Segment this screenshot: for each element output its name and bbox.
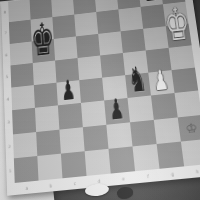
square-a3 — [12, 108, 36, 134]
rank-label-7: 7 — [2, 22, 10, 44]
printed-crown-emblem: ♔ — [178, 114, 200, 141]
captured-black-piece — [116, 186, 133, 199]
square-b2 — [36, 129, 61, 156]
square-a1 — [14, 156, 39, 183]
square-e4 — [102, 75, 127, 101]
square-d7 — [74, 12, 98, 36]
square-g1 — [157, 141, 185, 168]
square-e3: ♟ — [104, 98, 130, 124]
square-h2: ♔ — [178, 114, 200, 141]
rank-label-3: 3 — [5, 110, 13, 134]
file-label-b: b — [39, 178, 64, 192]
square-g6 — [143, 26, 169, 50]
board-grid: ♝♚♚♟♞♟♟♔ — [8, 0, 200, 183]
file-label-a: a — [15, 181, 39, 195]
square-c4: ♟ — [56, 80, 81, 105]
file-label-e: e — [111, 171, 137, 185]
file-label-h: h — [184, 164, 200, 179]
square-d3 — [81, 101, 106, 127]
square-c6 — [54, 36, 78, 60]
board-margin: 87654321 abcdefgh ♝♚♚♟♞♟♟♔ — [1, 0, 200, 196]
square-h5 — [169, 45, 195, 70]
square-c5 — [55, 58, 79, 83]
square-a7 — [9, 20, 32, 44]
square-e5 — [100, 53, 125, 78]
rank-label-1: 1 — [6, 158, 15, 184]
square-b6: ♚ — [32, 39, 55, 63]
square-f6 — [121, 28, 146, 52]
square-a4 — [11, 85, 35, 110]
square-g3 — [151, 93, 178, 119]
square-c3 — [58, 103, 83, 129]
square-g4: ♟ — [148, 70, 174, 96]
square-g7 — [141, 4, 166, 28]
square-h7 — [163, 2, 189, 26]
square-b3 — [35, 106, 59, 132]
file-label-g: g — [160, 166, 186, 181]
square-g2 — [154, 117, 181, 144]
square-f5 — [123, 50, 148, 75]
square-f7 — [118, 7, 143, 31]
square-e7 — [96, 10, 120, 34]
square-g5 — [146, 48, 172, 73]
file-label-f: f — [135, 169, 161, 184]
square-d2 — [83, 124, 109, 151]
rank-label-5: 5 — [3, 65, 11, 88]
file-label-c: c — [62, 176, 87, 190]
square-d4 — [79, 78, 104, 103]
square-c7 — [52, 15, 76, 39]
square-c1 — [61, 151, 87, 178]
rank-label-6: 6 — [2, 44, 10, 67]
square-e2 — [106, 122, 132, 149]
chess-board: 87654321 abcdefgh ♝♚♚♟♞♟♟♔ — [1, 0, 200, 196]
square-f4: ♞ — [125, 73, 151, 99]
square-h3 — [175, 91, 200, 117]
square-f3 — [128, 96, 154, 122]
board-photo: 87654321 abcdefgh ♝♚♚♟♞♟♟♔ — [0, 0, 200, 200]
square-b5 — [33, 60, 57, 85]
square-c2 — [59, 127, 84, 154]
rank-label-2: 2 — [5, 134, 14, 159]
square-a6 — [10, 41, 33, 65]
square-b1 — [37, 153, 62, 180]
rank-label-8: 8 — [1, 2, 9, 23]
square-h1 — [181, 139, 200, 167]
square-f1 — [132, 144, 159, 171]
square-b7 — [31, 17, 54, 41]
square-e6 — [98, 31, 123, 55]
square-d6 — [76, 33, 100, 57]
square-d1 — [85, 149, 111, 176]
square-a8 — [8, 0, 30, 22]
rank-label-4: 4 — [4, 88, 12, 112]
square-a2 — [13, 132, 37, 159]
square-e1 — [108, 146, 135, 173]
square-h6: ♚ — [166, 23, 192, 47]
square-a5 — [10, 63, 33, 88]
square-f2 — [130, 119, 157, 146]
square-d5 — [78, 55, 103, 80]
square-h4 — [172, 68, 199, 94]
square-b4 — [34, 83, 58, 108]
